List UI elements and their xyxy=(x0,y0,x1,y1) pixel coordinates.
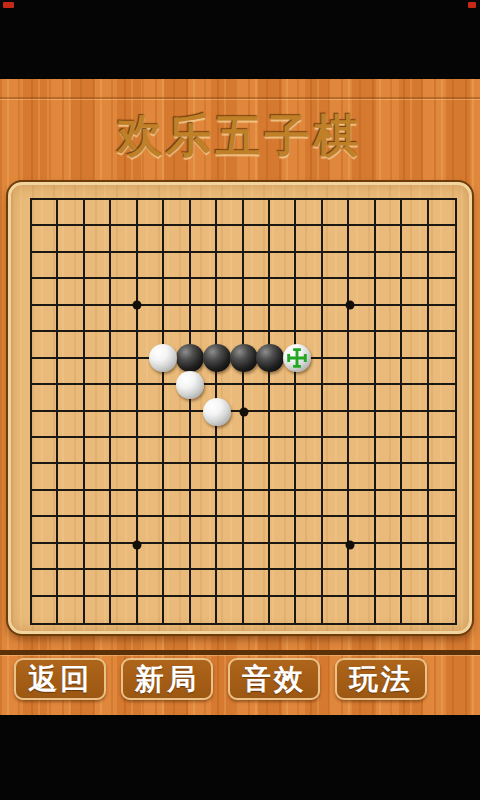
board-cell[interactable] xyxy=(323,597,349,623)
board-cell[interactable] xyxy=(58,597,84,623)
board-cell[interactable] xyxy=(349,200,375,226)
board-cell[interactable] xyxy=(85,491,111,517)
board-cell[interactable] xyxy=(376,491,402,517)
board-cell[interactable] xyxy=(296,279,322,305)
board-cell[interactable] xyxy=(58,464,84,490)
board-cell[interactable] xyxy=(138,359,164,385)
board-cell[interactable] xyxy=(58,438,84,464)
board-cell[interactable] xyxy=(217,226,243,252)
board-cell[interactable] xyxy=(349,570,375,596)
board-cell[interactable] xyxy=(164,226,190,252)
board-cell[interactable] xyxy=(58,570,84,596)
board-cell[interactable] xyxy=(429,306,455,332)
board-cell[interactable] xyxy=(376,200,402,226)
board-cell[interactable] xyxy=(58,412,84,438)
board-cell[interactable] xyxy=(296,570,322,596)
board-cell[interactable] xyxy=(164,491,190,517)
board-cell[interactable] xyxy=(111,412,137,438)
board-cell[interactable] xyxy=(164,306,190,332)
board-cell[interactable] xyxy=(58,491,84,517)
board-cell[interactable] xyxy=(191,438,217,464)
board-cell[interactable] xyxy=(349,491,375,517)
board-cell[interactable] xyxy=(138,464,164,490)
board-cell[interactable] xyxy=(376,332,402,358)
board-cell[interactable] xyxy=(376,253,402,279)
board-cell[interactable] xyxy=(270,253,296,279)
board-cell[interactable] xyxy=(270,517,296,543)
board-cell[interactable] xyxy=(58,544,84,570)
board-cell[interactable] xyxy=(402,412,428,438)
board-cell[interactable] xyxy=(32,412,58,438)
board-cell[interactable] xyxy=(376,517,402,543)
board-cell[interactable] xyxy=(217,517,243,543)
board-cell[interactable] xyxy=(429,332,455,358)
board-cell[interactable] xyxy=(429,279,455,305)
board-cell[interactable] xyxy=(270,226,296,252)
board-cell[interactable] xyxy=(376,438,402,464)
board-cell[interactable] xyxy=(138,385,164,411)
board-cell[interactable] xyxy=(191,359,217,385)
board-cell[interactable] xyxy=(349,359,375,385)
board-cell[interactable] xyxy=(111,570,137,596)
board-cell[interactable] xyxy=(191,491,217,517)
board-cell[interactable] xyxy=(164,597,190,623)
board-cell[interactable] xyxy=(191,412,217,438)
board-cell[interactable] xyxy=(429,491,455,517)
board-cell[interactable] xyxy=(138,226,164,252)
board-cell[interactable] xyxy=(376,544,402,570)
board-cell[interactable] xyxy=(402,464,428,490)
board-cell[interactable] xyxy=(429,517,455,543)
board-cell[interactable] xyxy=(376,226,402,252)
board-cell[interactable] xyxy=(164,570,190,596)
board-cell[interactable] xyxy=(111,226,137,252)
board-cell[interactable] xyxy=(191,385,217,411)
board-cell[interactable] xyxy=(164,517,190,543)
board-cell[interactable] xyxy=(138,491,164,517)
board-cell[interactable] xyxy=(349,464,375,490)
board-cell[interactable] xyxy=(217,570,243,596)
board-cell[interactable] xyxy=(323,544,349,570)
board-cell[interactable] xyxy=(138,306,164,332)
board-cell[interactable] xyxy=(244,332,270,358)
board-cell[interactable] xyxy=(138,544,164,570)
board-cell[interactable] xyxy=(217,200,243,226)
board-cell[interactable] xyxy=(217,385,243,411)
board-cell[interactable] xyxy=(429,438,455,464)
board-cell[interactable] xyxy=(429,253,455,279)
board-cell[interactable] xyxy=(85,544,111,570)
board-cell[interactable] xyxy=(244,464,270,490)
board-cell[interactable] xyxy=(32,570,58,596)
button-row: 返回 新局 音效 玩法 xyxy=(0,658,480,700)
board-cell[interactable] xyxy=(402,306,428,332)
board-cell[interactable] xyxy=(58,385,84,411)
board-cell[interactable] xyxy=(376,464,402,490)
board-panel xyxy=(8,182,472,634)
board-cell[interactable] xyxy=(138,332,164,358)
board-cell[interactable] xyxy=(323,359,349,385)
board-cell[interactable] xyxy=(429,464,455,490)
board-cell[interactable] xyxy=(402,200,428,226)
board-cell[interactable] xyxy=(191,226,217,252)
board-cell[interactable] xyxy=(217,412,243,438)
board-cell[interactable] xyxy=(32,464,58,490)
wood-background: 欢乐五子棋 返回 新局 音效 玩法 xyxy=(0,79,480,715)
board-cell[interactable] xyxy=(58,359,84,385)
board-cell[interactable] xyxy=(164,438,190,464)
board-cell[interactable] xyxy=(58,253,84,279)
board-cell[interactable] xyxy=(138,517,164,543)
board-cell[interactable] xyxy=(402,385,428,411)
board-cell[interactable] xyxy=(244,412,270,438)
board-cell[interactable] xyxy=(429,544,455,570)
board-cell[interactable] xyxy=(191,517,217,543)
sound-button[interactable]: 音效 xyxy=(228,658,320,700)
board-cell[interactable] xyxy=(244,226,270,252)
board-cell[interactable] xyxy=(296,544,322,570)
board-cell[interactable] xyxy=(85,332,111,358)
board-cell[interactable] xyxy=(217,491,243,517)
board-cell[interactable] xyxy=(402,253,428,279)
board-cell[interactable] xyxy=(376,412,402,438)
board-cell[interactable] xyxy=(111,253,137,279)
board-cell[interactable] xyxy=(138,438,164,464)
board-cell[interactable] xyxy=(296,359,322,385)
board-cell[interactable] xyxy=(376,359,402,385)
status-bar xyxy=(0,0,480,79)
board-cell[interactable] xyxy=(32,544,58,570)
back-button[interactable]: 返回 xyxy=(14,658,106,700)
board-cell[interactable] xyxy=(111,544,137,570)
board-cell[interactable] xyxy=(164,279,190,305)
board-cell[interactable] xyxy=(296,464,322,490)
board-cell[interactable] xyxy=(429,359,455,385)
board-cell[interactable] xyxy=(164,385,190,411)
board-cell[interactable] xyxy=(217,332,243,358)
board-cell[interactable] xyxy=(296,226,322,252)
board-cell[interactable] xyxy=(85,359,111,385)
board-cell[interactable] xyxy=(85,279,111,305)
board-cell[interactable] xyxy=(111,200,137,226)
board-cell[interactable] xyxy=(270,359,296,385)
board-cell[interactable] xyxy=(164,544,190,570)
board-cell[interactable] xyxy=(32,597,58,623)
board-cell[interactable] xyxy=(244,359,270,385)
board-cell[interactable] xyxy=(191,253,217,279)
board-cell[interactable] xyxy=(32,385,58,411)
board-cell[interactable] xyxy=(138,200,164,226)
board-cell[interactable] xyxy=(111,517,137,543)
board-cell[interactable] xyxy=(244,253,270,279)
board-cell[interactable] xyxy=(429,570,455,596)
board-cell[interactable] xyxy=(111,359,137,385)
board-cell[interactable] xyxy=(270,332,296,358)
board-cell[interactable] xyxy=(244,491,270,517)
board-cell[interactable] xyxy=(296,438,322,464)
board-cell[interactable] xyxy=(32,200,58,226)
red-notification-icon xyxy=(3,2,14,8)
board-cell[interactable] xyxy=(349,226,375,252)
board-cell[interactable] xyxy=(32,359,58,385)
board-cell[interactable] xyxy=(85,385,111,411)
bottom-nav-area xyxy=(0,715,480,800)
board-cell[interactable] xyxy=(376,597,402,623)
board-cell[interactable] xyxy=(85,597,111,623)
board-cell[interactable] xyxy=(349,438,375,464)
board-cell[interactable] xyxy=(270,438,296,464)
board-cell[interactable] xyxy=(270,491,296,517)
board-cell[interactable] xyxy=(402,491,428,517)
board-cell[interactable] xyxy=(323,570,349,596)
new-game-button[interactable]: 新局 xyxy=(121,658,213,700)
board-cell[interactable] xyxy=(164,359,190,385)
board-cell[interactable] xyxy=(217,597,243,623)
board-cell[interactable] xyxy=(191,200,217,226)
board-cell[interactable] xyxy=(323,464,349,490)
board-cell[interactable] xyxy=(323,385,349,411)
board-cell[interactable] xyxy=(323,226,349,252)
board-cell[interactable] xyxy=(85,306,111,332)
board-cell[interactable] xyxy=(138,570,164,596)
board-cell[interactable] xyxy=(85,517,111,543)
board-cell[interactable] xyxy=(323,517,349,543)
board-cell[interactable] xyxy=(402,597,428,623)
wood-groove-top xyxy=(0,97,480,99)
board-cell[interactable] xyxy=(85,438,111,464)
board-cell[interactable] xyxy=(270,385,296,411)
board-cell[interactable] xyxy=(111,385,137,411)
board-cell[interactable] xyxy=(296,491,322,517)
board-cell[interactable] xyxy=(270,412,296,438)
board-cell[interactable] xyxy=(111,306,137,332)
board-cell[interactable] xyxy=(323,438,349,464)
board-cell[interactable] xyxy=(32,491,58,517)
board-cell[interactable] xyxy=(402,517,428,543)
board-cell[interactable] xyxy=(85,412,111,438)
board-cell[interactable] xyxy=(376,306,402,332)
board-cell[interactable] xyxy=(244,544,270,570)
red-battery-icon xyxy=(468,2,476,8)
board-cell[interactable] xyxy=(349,332,375,358)
board-cell[interactable] xyxy=(402,332,428,358)
board-cell[interactable] xyxy=(111,491,137,517)
rules-button[interactable]: 玩法 xyxy=(335,658,427,700)
board-cell[interactable] xyxy=(32,332,58,358)
board-cell[interactable] xyxy=(349,412,375,438)
board-cell[interactable] xyxy=(429,597,455,623)
board-cell[interactable] xyxy=(270,464,296,490)
board-cell[interactable] xyxy=(429,200,455,226)
board-cell[interactable] xyxy=(429,226,455,252)
board-cell[interactable] xyxy=(244,570,270,596)
board-cell[interactable] xyxy=(244,517,270,543)
board-cell[interactable] xyxy=(111,279,137,305)
board-cell[interactable] xyxy=(244,279,270,305)
board-cell[interactable] xyxy=(270,597,296,623)
board-cell[interactable] xyxy=(32,279,58,305)
board-cell[interactable] xyxy=(111,464,137,490)
board-cell[interactable] xyxy=(32,226,58,252)
board-cell[interactable] xyxy=(58,279,84,305)
board-cell[interactable] xyxy=(244,200,270,226)
board-cell[interactable] xyxy=(58,306,84,332)
board-cell[interactable] xyxy=(32,253,58,279)
board-cell[interactable] xyxy=(323,332,349,358)
board-cell[interactable] xyxy=(429,412,455,438)
board-cell[interactable] xyxy=(244,438,270,464)
board-grid[interactable] xyxy=(30,198,457,625)
board-cell[interactable] xyxy=(191,464,217,490)
board-cell[interactable] xyxy=(244,306,270,332)
board-cell[interactable] xyxy=(296,332,322,358)
board-cell[interactable] xyxy=(58,517,84,543)
board-cell[interactable] xyxy=(111,438,137,464)
board-cell[interactable] xyxy=(191,306,217,332)
board-cell[interactable] xyxy=(270,306,296,332)
board-cell[interactable] xyxy=(270,544,296,570)
board-cell[interactable] xyxy=(138,279,164,305)
board-cell[interactable] xyxy=(296,200,322,226)
wood-groove-bottom xyxy=(0,650,480,655)
board-cell[interactable] xyxy=(296,306,322,332)
board-cell[interactable] xyxy=(429,385,455,411)
board-cell[interactable] xyxy=(217,253,243,279)
board-cell[interactable] xyxy=(58,226,84,252)
board-cell[interactable] xyxy=(32,517,58,543)
board-cell[interactable] xyxy=(376,570,402,596)
board-cell[interactable] xyxy=(191,597,217,623)
board-cell[interactable] xyxy=(323,491,349,517)
board-cell[interactable] xyxy=(164,464,190,490)
board-cell[interactable] xyxy=(244,385,270,411)
board-cell[interactable] xyxy=(323,200,349,226)
board-cell[interactable] xyxy=(402,279,428,305)
board-cell[interactable] xyxy=(323,412,349,438)
board-cell[interactable] xyxy=(376,279,402,305)
board-cell[interactable] xyxy=(164,332,190,358)
board-cell[interactable] xyxy=(270,200,296,226)
board-cell[interactable] xyxy=(138,253,164,279)
board-cell[interactable] xyxy=(296,597,322,623)
board-cell[interactable] xyxy=(164,200,190,226)
board-cell[interactable] xyxy=(217,438,243,464)
board-cell[interactable] xyxy=(164,253,190,279)
board-cell[interactable] xyxy=(402,226,428,252)
board-cell[interactable] xyxy=(296,253,322,279)
board-cell[interactable] xyxy=(191,332,217,358)
board-cell[interactable] xyxy=(270,279,296,305)
board-cell[interactable] xyxy=(349,253,375,279)
board-cell[interactable] xyxy=(85,200,111,226)
board-cell[interactable] xyxy=(58,200,84,226)
board-cell[interactable] xyxy=(85,570,111,596)
board-cell[interactable] xyxy=(349,306,375,332)
board-cell[interactable] xyxy=(191,279,217,305)
board-cell[interactable] xyxy=(349,385,375,411)
board-cell[interactable] xyxy=(244,597,270,623)
board-cell[interactable] xyxy=(58,332,84,358)
board-cell[interactable] xyxy=(191,544,217,570)
board-cell[interactable] xyxy=(402,359,428,385)
board-cell[interactable] xyxy=(217,544,243,570)
board-cell[interactable] xyxy=(217,359,243,385)
board-cell[interactable] xyxy=(296,385,322,411)
board-cell[interactable] xyxy=(85,253,111,279)
board-cell[interactable] xyxy=(402,544,428,570)
board-cell[interactable] xyxy=(323,253,349,279)
board-cell[interactable] xyxy=(323,306,349,332)
board-cell[interactable] xyxy=(296,412,322,438)
board-cell[interactable] xyxy=(164,412,190,438)
board-cell[interactable] xyxy=(349,544,375,570)
board-cell[interactable] xyxy=(217,306,243,332)
board-cell[interactable] xyxy=(217,279,243,305)
board-cell[interactable] xyxy=(111,332,137,358)
board-cell[interactable] xyxy=(402,438,428,464)
board-cell[interactable] xyxy=(138,597,164,623)
game-title: 欢乐五子棋 xyxy=(0,106,480,166)
board-cell[interactable] xyxy=(296,517,322,543)
board-cell[interactable] xyxy=(217,464,243,490)
board-cell[interactable] xyxy=(32,438,58,464)
board-cell[interactable] xyxy=(270,570,296,596)
board-cell[interactable] xyxy=(349,517,375,543)
board-cell[interactable] xyxy=(323,279,349,305)
board-cell[interactable] xyxy=(349,597,375,623)
board-cell[interactable] xyxy=(85,464,111,490)
board-cell[interactable] xyxy=(376,385,402,411)
board-cell[interactable] xyxy=(32,306,58,332)
app-screen: 欢乐五子棋 返回 新局 音效 玩法 xyxy=(0,0,480,800)
board-cell[interactable] xyxy=(349,279,375,305)
board-cell[interactable] xyxy=(191,570,217,596)
board-cell[interactable] xyxy=(85,226,111,252)
board-cell[interactable] xyxy=(111,597,137,623)
board-cell[interactable] xyxy=(402,570,428,596)
board-cell[interactable] xyxy=(138,412,164,438)
